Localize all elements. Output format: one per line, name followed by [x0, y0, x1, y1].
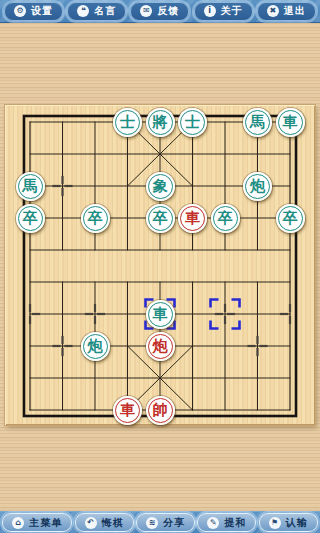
- piece-glyph: 車: [185, 211, 200, 226]
- piece-black-horse[interactable]: 馬: [16, 172, 45, 201]
- gear-icon: ⚙: [14, 5, 26, 17]
- piece-glyph: 卒: [88, 211, 103, 226]
- piece-black-cannon[interactable]: 炮: [243, 172, 272, 201]
- piece-glyph: 卒: [218, 211, 233, 226]
- main-menu-button-label: 主菜单: [29, 516, 62, 530]
- home-icon: ⌂: [12, 517, 24, 529]
- piece-glyph: 炮: [250, 179, 265, 194]
- piece-black-soldier[interactable]: 卒: [211, 204, 240, 233]
- undo-move-button-label: 悔棋: [102, 516, 124, 530]
- resign-button-label: 认输: [286, 516, 308, 530]
- share-button[interactable]: ≋分享: [136, 513, 195, 532]
- piece-red-chariot[interactable]: 車: [113, 396, 142, 425]
- top-toolbar: ⚙设置❝名言✉反馈i关于✖退出: [0, 0, 320, 23]
- undo-move-button[interactable]: ↶悔棋: [75, 513, 134, 532]
- undo-icon: ↶: [85, 517, 97, 529]
- piece-glyph: 帥: [153, 403, 168, 418]
- piece-red-chariot[interactable]: 車: [178, 204, 207, 233]
- close-icon: ✖: [267, 5, 279, 17]
- settings-button-label: 设置: [31, 4, 53, 18]
- info-icon: i: [204, 5, 216, 17]
- piece-black-elephant[interactable]: 象: [146, 172, 175, 201]
- piece-glyph: 馬: [250, 115, 265, 130]
- piece-glyph: 車: [283, 115, 298, 130]
- pencil-icon: ✎: [207, 517, 219, 529]
- exit-button[interactable]: ✖退出: [257, 2, 316, 21]
- piece-black-chariot[interactable]: 車: [276, 108, 305, 137]
- speech-bubble-icon: ❝: [77, 5, 89, 17]
- piece-glyph: 士: [185, 115, 200, 130]
- piece-glyph: 士: [120, 115, 135, 130]
- offer-draw-button[interactable]: ✎提和: [197, 513, 256, 532]
- share-button-label: 分享: [163, 516, 185, 530]
- piece-glyph: 卒: [153, 211, 168, 226]
- piece-black-soldier[interactable]: 卒: [146, 204, 175, 233]
- piece-black-soldier[interactable]: 卒: [81, 204, 110, 233]
- piece-black-soldier[interactable]: 卒: [16, 204, 45, 233]
- settings-button[interactable]: ⚙设置: [4, 2, 63, 21]
- piece-glyph: 車: [153, 307, 168, 322]
- about-button-label: 关于: [221, 4, 243, 18]
- piece-glyph: 將: [153, 115, 168, 130]
- broadcast-icon: ≋: [146, 517, 158, 529]
- piece-black-advisor[interactable]: 士: [113, 108, 142, 137]
- quotes-button-label: 名言: [94, 4, 116, 18]
- exit-button-label: 退出: [284, 4, 306, 18]
- envelope-icon: ✉: [140, 5, 152, 17]
- piece-black-soldier[interactable]: 卒: [276, 204, 305, 233]
- piece-glyph: 馬: [23, 179, 38, 194]
- piece-glyph: 車: [120, 403, 135, 418]
- main-menu-button[interactable]: ⌂主菜单: [2, 513, 72, 532]
- piece-red-cannon[interactable]: 炮: [146, 332, 175, 361]
- piece-glyph: 炮: [153, 339, 168, 354]
- piece-red-general[interactable]: 帥: [146, 396, 175, 425]
- about-button[interactable]: i关于: [194, 2, 253, 21]
- xiangqi-board[interactable]: 士將士馬車馬象炮卒卒卒車卒卒車炮炮車帥: [14, 106, 307, 426]
- feedback-button[interactable]: ✉反馈: [130, 2, 189, 21]
- piece-glyph: 卒: [283, 211, 298, 226]
- xiangqi-app-screen: ⚙设置❝名言✉反馈i关于✖退出 士將士馬車馬象炮卒卒卒車卒卒車炮炮車帥 ⌂主菜单…: [0, 0, 320, 533]
- feedback-button-label: 反馈: [157, 4, 179, 18]
- piece-black-general[interactable]: 將: [146, 108, 175, 137]
- piece-glyph: 象: [153, 179, 168, 194]
- offer-draw-button-label: 提和: [224, 516, 246, 530]
- piece-black-advisor[interactable]: 士: [178, 108, 207, 137]
- piece-black-cannon[interactable]: 炮: [81, 332, 110, 361]
- resign-button[interactable]: ⚑认输: [259, 513, 318, 532]
- piece-glyph: 卒: [23, 211, 38, 226]
- quotes-button[interactable]: ❝名言: [67, 2, 126, 21]
- piece-glyph: 炮: [88, 339, 103, 354]
- flag-icon: ⚑: [269, 517, 281, 529]
- piece-black-horse[interactable]: 馬: [243, 108, 272, 137]
- bottom-toolbar: ⌂主菜单↶悔棋≋分享✎提和⚑认输: [0, 511, 320, 533]
- piece-black-chariot[interactable]: 車: [146, 300, 175, 329]
